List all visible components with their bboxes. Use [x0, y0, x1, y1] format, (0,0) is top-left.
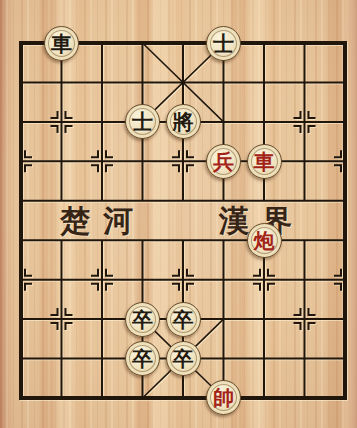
- piece-red-cannon[interactable]: 炮: [247, 223, 282, 258]
- piece-black-advisor[interactable]: 士: [125, 104, 160, 139]
- piece-black-soldier[interactable]: 卒: [125, 302, 160, 337]
- piece-red-general[interactable]: 帥: [206, 380, 241, 415]
- xiangqi-app: 楚河 漢界 車士士將兵車炮卒卒卒卒帥: [0, 0, 357, 428]
- piece-black-soldier[interactable]: 卒: [166, 341, 201, 376]
- piece-black-soldier[interactable]: 卒: [166, 302, 201, 337]
- pieces-layer: 車士士將兵車炮卒卒卒卒帥: [1, 23, 357, 417]
- piece-black-advisor[interactable]: 士: [206, 26, 241, 61]
- piece-black-chariot[interactable]: 車: [44, 26, 79, 61]
- piece-black-soldier[interactable]: 卒: [125, 341, 160, 376]
- piece-red-chariot[interactable]: 車: [247, 144, 282, 179]
- piece-red-soldier[interactable]: 兵: [206, 144, 241, 179]
- piece-black-general[interactable]: 將: [166, 104, 201, 139]
